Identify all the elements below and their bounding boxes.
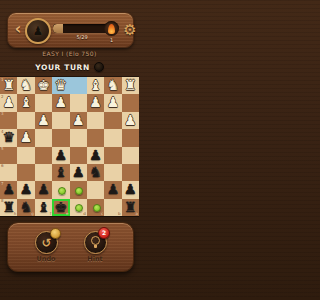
square-g5[interactable] [17,147,34,164]
square-a8[interactable]: a♜ [122,199,139,216]
chess-board: 1♜♞♚♛♝♞♜2♟♝♟♟♟3♟♟♟4♛♟5♟♟6♝♟♞7♟♟♟♟♟8h♜g♞f… [0,77,139,216]
square-d4[interactable] [70,129,87,146]
lightbulb-icon [91,236,100,245]
square-h6[interactable]: 6 [0,164,17,181]
level-progress-fill [53,24,63,33]
square-h2[interactable]: 2♟ [0,94,17,111]
square-g1[interactable]: ♞ [17,77,34,94]
white-queen: ♛ [52,77,69,94]
square-b3[interactable] [104,112,121,129]
square-b2[interactable]: ♟ [104,94,121,111]
square-f1[interactable]: ♚ [35,77,52,94]
black-rook: ♜ [0,199,17,216]
streak-flame-icon [104,21,119,36]
square-a5[interactable] [122,147,139,164]
square-h1[interactable]: 1♜ [0,77,17,94]
settings-button[interactable]: ⚙ [122,17,138,43]
rank-label: 3 [1,112,4,116]
white-pawn: ♟ [87,94,104,111]
square-e1[interactable]: ♛ [52,77,69,94]
white-bishop: ♝ [87,77,104,94]
square-d7[interactable] [70,181,87,198]
black-bishop: ♝ [35,199,52,216]
difficulty-label: EASY I (Elo 750) [0,50,139,57]
square-h8[interactable]: 8h♜ [0,199,17,216]
legal-move-dot[interactable] [75,204,83,212]
legal-move-dot[interactable] [58,187,66,195]
square-c6[interactable]: ♞ [87,164,104,181]
square-c7[interactable] [87,181,104,198]
white-knight: ♞ [17,77,34,94]
square-d6[interactable]: ♟ [70,164,87,181]
black-pawn: ♟ [52,147,69,164]
square-h3[interactable]: 3 [0,112,17,129]
square-c5[interactable]: ♟ [87,147,104,164]
white-pawn: ♟ [70,112,87,129]
undo-button[interactable]: ↺ [35,231,58,254]
hint-count-badge: 2 [98,227,110,239]
turn-indicator: YOUR TURN [0,61,139,73]
white-pawn: ♟ [104,94,121,111]
square-f8[interactable]: f♝ [35,199,52,216]
square-g7[interactable]: ♟ [17,181,34,198]
square-c1[interactable]: ♝ [87,77,104,94]
black-pawn: ♟ [122,181,139,198]
rank-label: 5 [1,147,4,151]
square-e7[interactable] [52,181,69,198]
level-badge: ♟ [25,18,51,44]
black-bishop: ♝ [52,164,69,181]
black-pawn: ♟ [70,164,87,181]
file-label: d [83,212,86,216]
square-d3[interactable]: ♟ [70,112,87,129]
square-f6[interactable] [35,164,52,181]
square-g8[interactable]: g♞ [17,199,34,216]
square-f7[interactable]: ♟ [35,181,52,198]
white-pawn: ♟ [35,112,52,129]
undo-coin-badge [50,228,61,239]
white-knight: ♞ [104,77,121,94]
white-pawn: ♟ [52,94,69,111]
square-a7[interactable]: ♟ [122,181,139,198]
square-b5[interactable] [104,147,121,164]
legal-move-dot[interactable] [93,204,101,212]
square-c2[interactable]: ♟ [87,94,104,111]
white-pawn: ♟ [17,129,34,146]
square-f5[interactable] [35,147,52,164]
white-rook: ♜ [122,77,139,94]
square-g4[interactable]: ♟ [17,129,34,146]
square-g6[interactable] [17,164,34,181]
square-c4[interactable] [87,129,104,146]
black-knight: ♞ [17,199,34,216]
white-rook: ♜ [0,77,17,94]
turn-text: YOUR TURN [35,63,90,72]
square-a4[interactable] [122,129,139,146]
file-label: c [101,212,103,216]
square-a2[interactable] [122,94,139,111]
square-a3[interactable]: ♟ [122,112,139,129]
square-d8[interactable]: d [70,199,87,216]
rank-label: 6 [1,164,4,168]
square-c3[interactable] [87,112,104,129]
undo-arrow-icon: ↺ [41,236,51,250]
hint-button[interactable]: 2 [84,231,107,254]
file-label: b [118,212,121,216]
square-d5[interactable] [70,147,87,164]
white-king: ♚ [35,77,52,94]
white-pawn: ♟ [0,94,17,111]
square-d2[interactable] [70,94,87,111]
square-f2[interactable] [35,94,52,111]
square-b4[interactable] [104,129,121,146]
square-e4[interactable] [52,129,69,146]
square-c8[interactable]: c [87,199,104,216]
black-pawn: ♟ [17,181,34,198]
black-king: ♚ [52,199,69,216]
black-rook: ♜ [122,199,139,216]
hint-label: Hint [75,255,115,263]
undo-label: Undo [26,255,66,263]
square-e2[interactable]: ♟ [52,94,69,111]
square-e5[interactable]: ♟ [52,147,69,164]
square-b1[interactable]: ♞ [104,77,121,94]
square-a6[interactable] [122,164,139,181]
white-bishop: ♝ [17,94,34,111]
square-d1[interactable] [70,77,87,94]
black-pawn: ♟ [87,147,104,164]
square-f3[interactable]: ♟ [35,112,52,129]
square-h5[interactable]: 5 [0,147,17,164]
square-h7[interactable]: 7♟ [0,181,17,198]
square-g2[interactable]: ♝ [17,94,34,111]
black-pawn-icon: ♟ [33,24,44,38]
square-e3[interactable] [52,112,69,129]
square-e8[interactable]: e♚ [52,199,69,216]
square-b6[interactable] [104,164,121,181]
level-progress-bar [53,24,111,33]
square-b7[interactable]: ♟ [104,181,121,198]
square-e6[interactable]: ♝ [52,164,69,181]
black-pawn: ♟ [0,181,17,198]
action-panel: ↺ 2 Undo Hint [7,222,134,272]
header-bar: ‹ ♟ 5/29 1 ⚙ [7,12,134,48]
black-pawn: ♟ [35,181,52,198]
square-h4[interactable]: 4♛ [0,129,17,146]
legal-move-dot[interactable] [75,187,83,195]
square-a1[interactable]: ♜ [122,77,139,94]
level-progress-text: 5/29 [53,34,111,40]
timer-icon [94,62,104,72]
square-b8[interactable]: b [104,199,121,216]
streak-count: 1 [104,37,119,43]
back-button[interactable]: ‹ [12,19,24,39]
square-g3[interactable] [17,112,34,129]
black-pawn: ♟ [104,181,121,198]
black-knight: ♞ [87,164,104,181]
square-f4[interactable] [35,129,52,146]
black-queen: ♛ [0,129,17,146]
white-pawn: ♟ [122,112,139,129]
